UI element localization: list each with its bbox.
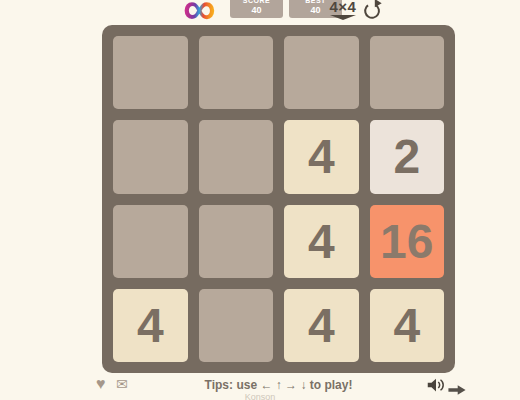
tile-2: 2 (370, 120, 445, 193)
tips-text: Tips: use ← ↑ → ↓ to play! (102, 378, 455, 392)
tile-4: 4 (284, 120, 359, 193)
tile-4: 4 (284, 205, 359, 278)
restart-button[interactable] (362, 0, 384, 21)
tile-4: 4 (370, 289, 445, 362)
tile-4: 4 (113, 289, 188, 362)
empty-cell (370, 36, 445, 109)
credit-text: Konson (0, 392, 520, 400)
board-size-label: 4×4 (326, 0, 360, 15)
best-value: 40 (310, 5, 320, 15)
infinity-logo-icon[interactable]: ∞ (183, 0, 216, 24)
2048-app: ∞ SCORE 40 BEST 40 4×4 42416444 ♥ ✉ Tips… (0, 0, 520, 400)
sound-button[interactable] (427, 377, 445, 393)
tile-16: 16 (370, 205, 445, 278)
tile-4: 4 (284, 289, 359, 362)
empty-cell (199, 205, 274, 278)
empty-cell (199, 120, 274, 193)
empty-cell (113, 36, 188, 109)
empty-cell (199, 289, 274, 362)
score-value: 40 (251, 5, 261, 15)
empty-cell (113, 205, 188, 278)
empty-cell (284, 36, 359, 109)
game-board[interactable]: 42416444 (102, 25, 455, 373)
empty-cell (199, 36, 274, 109)
board-size-selector[interactable]: 4×4 (326, 0, 360, 20)
next-arrow-button[interactable] (448, 381, 466, 391)
restart-icon (362, 0, 384, 21)
chevron-down-icon (330, 15, 356, 20)
empty-cell (113, 120, 188, 193)
speaker-icon (427, 377, 445, 393)
score-box: SCORE 40 (230, 0, 283, 18)
